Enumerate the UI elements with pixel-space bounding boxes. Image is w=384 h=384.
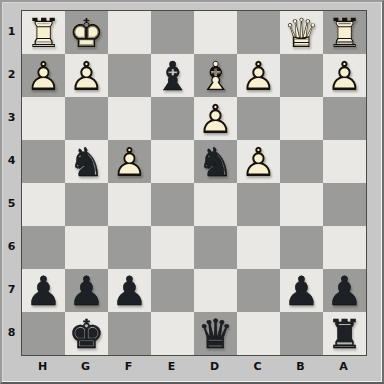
square-g4[interactable]: ♞ — [65, 140, 108, 183]
board-frame: 12345678 ♜♖♚♔♛♕♜♖♟♙♟♙♝♝♗♟♙♟♙♟♙♞♟♙♞♟♙♟♟♟♟… — [0, 0, 384, 384]
black-knight-glyph: ♞ — [194, 140, 237, 183]
piece-black-knight[interactable]: ♞ — [65, 140, 108, 183]
white-bishop-outline-glyph: ♗ — [194, 54, 237, 97]
piece-black-pawn[interactable]: ♟ — [280, 269, 323, 312]
square-a7[interactable]: ♟ — [323, 269, 366, 312]
square-e8[interactable] — [151, 312, 194, 355]
square-h5[interactable] — [22, 183, 65, 226]
square-e2[interactable]: ♝ — [151, 54, 194, 97]
square-f4[interactable]: ♟♙ — [108, 140, 151, 183]
square-c5[interactable] — [237, 183, 280, 226]
rank-labels: 12345678 — [3, 10, 20, 354]
file-label-f: F — [107, 359, 150, 377]
square-f1[interactable] — [108, 11, 151, 54]
white-pawn-outline-glyph: ♙ — [22, 54, 65, 97]
square-h2[interactable]: ♟♙ — [22, 54, 65, 97]
square-g3[interactable] — [65, 97, 108, 140]
black-knight-glyph: ♞ — [65, 140, 108, 183]
square-b1[interactable]: ♛♕ — [280, 11, 323, 54]
piece-white-pawn[interactable]: ♟♙ — [22, 54, 65, 97]
white-pawn-outline-glyph: ♙ — [237, 140, 280, 183]
black-pawn-glyph: ♟ — [108, 269, 151, 312]
square-e7[interactable] — [151, 269, 194, 312]
square-b5[interactable] — [280, 183, 323, 226]
square-c8[interactable] — [237, 312, 280, 355]
piece-black-king[interactable]: ♚ — [65, 312, 108, 355]
piece-black-pawn[interactable]: ♟ — [65, 269, 108, 312]
square-g2[interactable]: ♟♙ — [65, 54, 108, 97]
square-h1[interactable]: ♜♖ — [22, 11, 65, 54]
white-king-outline-glyph: ♔ — [65, 11, 108, 54]
square-d2[interactable]: ♝♗ — [194, 54, 237, 97]
piece-white-pawn[interactable]: ♟♙ — [237, 54, 280, 97]
square-h8[interactable] — [22, 312, 65, 355]
white-pawn-outline-glyph: ♙ — [323, 54, 366, 97]
piece-white-rook[interactable]: ♜♖ — [22, 11, 65, 54]
square-b8[interactable] — [280, 312, 323, 355]
piece-white-queen[interactable]: ♛♕ — [280, 11, 323, 54]
square-f7[interactable]: ♟ — [108, 269, 151, 312]
black-pawn-glyph: ♟ — [323, 269, 366, 312]
square-g8[interactable]: ♚ — [65, 312, 108, 355]
square-c7[interactable] — [237, 269, 280, 312]
square-h3[interactable] — [22, 97, 65, 140]
file-label-e: E — [150, 359, 193, 377]
black-queen-glyph: ♛ — [194, 312, 237, 355]
square-f3[interactable] — [108, 97, 151, 140]
square-h6[interactable] — [22, 226, 65, 269]
rank-label-3: 3 — [3, 96, 20, 139]
piece-black-pawn[interactable]: ♟ — [22, 269, 65, 312]
square-d6[interactable] — [194, 226, 237, 269]
square-e1[interactable] — [151, 11, 194, 54]
square-d8[interactable]: ♛ — [194, 312, 237, 355]
rank-label-7: 7 — [3, 268, 20, 311]
file-label-h: H — [21, 359, 64, 377]
square-b2[interactable] — [280, 54, 323, 97]
square-b3[interactable] — [280, 97, 323, 140]
square-a2[interactable]: ♟♙ — [323, 54, 366, 97]
square-a6[interactable] — [323, 226, 366, 269]
piece-white-pawn[interactable]: ♟♙ — [108, 140, 151, 183]
square-c1[interactable] — [237, 11, 280, 54]
chess-board: ♜♖♚♔♛♕♜♖♟♙♟♙♝♝♗♟♙♟♙♟♙♞♟♙♞♟♙♟♟♟♟♟♚♛♜ — [21, 10, 367, 356]
square-c4[interactable]: ♟♙ — [237, 140, 280, 183]
file-label-b: B — [279, 359, 322, 377]
square-a5[interactable] — [323, 183, 366, 226]
rank-label-1: 1 — [3, 10, 20, 53]
white-pawn-outline-glyph: ♙ — [194, 97, 237, 140]
square-g1[interactable]: ♚♔ — [65, 11, 108, 54]
piece-black-rook[interactable]: ♜ — [323, 312, 366, 355]
black-rook-glyph: ♜ — [323, 312, 366, 355]
square-f2[interactable] — [108, 54, 151, 97]
white-pawn-outline-glyph: ♙ — [237, 54, 280, 97]
square-e3[interactable] — [151, 97, 194, 140]
piece-white-pawn[interactable]: ♟♙ — [194, 97, 237, 140]
black-pawn-glyph: ♟ — [22, 269, 65, 312]
white-pawn-outline-glyph: ♙ — [65, 54, 108, 97]
square-a3[interactable] — [323, 97, 366, 140]
piece-black-pawn[interactable]: ♟ — [108, 269, 151, 312]
rank-label-5: 5 — [3, 182, 20, 225]
square-e6[interactable] — [151, 226, 194, 269]
file-label-g: G — [64, 359, 107, 377]
square-h4[interactable] — [22, 140, 65, 183]
piece-black-knight[interactable]: ♞ — [194, 140, 237, 183]
file-label-c: C — [236, 359, 279, 377]
black-king-glyph: ♚ — [65, 312, 108, 355]
piece-white-rook[interactable]: ♜♖ — [323, 11, 366, 54]
square-d1[interactable] — [194, 11, 237, 54]
black-bishop-glyph: ♝ — [151, 54, 194, 97]
square-d5[interactable] — [194, 183, 237, 226]
square-g7[interactable]: ♟ — [65, 269, 108, 312]
square-e4[interactable] — [151, 140, 194, 183]
square-f6[interactable] — [108, 226, 151, 269]
file-label-a: A — [322, 359, 365, 377]
rank-label-2: 2 — [3, 53, 20, 96]
square-a4[interactable] — [323, 140, 366, 183]
piece-white-king[interactable]: ♚♔ — [65, 11, 108, 54]
square-d3[interactable]: ♟♙ — [194, 97, 237, 140]
rank-label-8: 8 — [3, 311, 20, 354]
file-labels: HGFEDCBA — [21, 359, 365, 377]
black-pawn-glyph: ♟ — [280, 269, 323, 312]
rank-label-4: 4 — [3, 139, 20, 182]
square-c2[interactable]: ♟♙ — [237, 54, 280, 97]
white-rook-outline-glyph: ♖ — [22, 11, 65, 54]
piece-white-pawn[interactable]: ♟♙ — [237, 140, 280, 183]
square-c6[interactable] — [237, 226, 280, 269]
square-e5[interactable] — [151, 183, 194, 226]
white-pawn-outline-glyph: ♙ — [108, 140, 151, 183]
piece-black-queen[interactable]: ♛ — [194, 312, 237, 355]
square-d4[interactable]: ♞ — [194, 140, 237, 183]
square-b4[interactable] — [280, 140, 323, 183]
square-b7[interactable]: ♟ — [280, 269, 323, 312]
square-c3[interactable] — [237, 97, 280, 140]
square-d7[interactable] — [194, 269, 237, 312]
piece-white-bishop[interactable]: ♝♗ — [194, 54, 237, 97]
square-f8[interactable] — [108, 312, 151, 355]
piece-white-pawn[interactable]: ♟♙ — [65, 54, 108, 97]
white-queen-outline-glyph: ♕ — [280, 11, 323, 54]
file-label-d: D — [193, 359, 236, 377]
square-g6[interactable] — [65, 226, 108, 269]
piece-black-bishop[interactable]: ♝ — [151, 54, 194, 97]
square-b6[interactable] — [280, 226, 323, 269]
square-g5[interactable] — [65, 183, 108, 226]
white-rook-outline-glyph: ♖ — [323, 11, 366, 54]
piece-black-pawn[interactable]: ♟ — [323, 269, 366, 312]
rank-label-6: 6 — [3, 225, 20, 268]
square-a1[interactable]: ♜♖ — [323, 11, 366, 54]
piece-white-pawn[interactable]: ♟♙ — [323, 54, 366, 97]
black-pawn-glyph: ♟ — [65, 269, 108, 312]
square-f5[interactable] — [108, 183, 151, 226]
square-a8[interactable]: ♜ — [323, 312, 366, 355]
square-h7[interactable]: ♟ — [22, 269, 65, 312]
